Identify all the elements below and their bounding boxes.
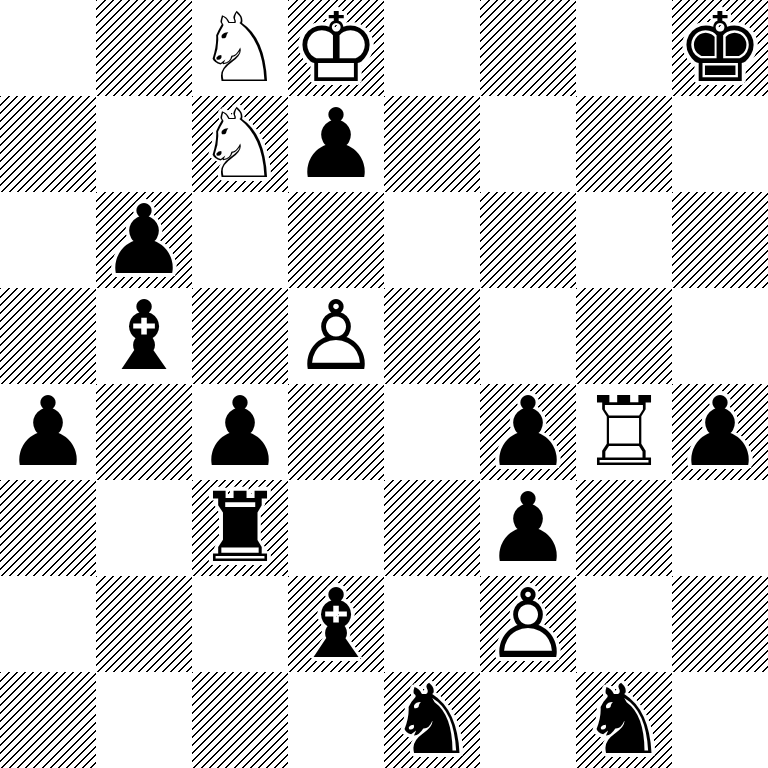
square-e7[interactable] (384, 96, 480, 192)
square-b3[interactable] (96, 480, 192, 576)
square-a6[interactable] (0, 192, 96, 288)
square-e4[interactable] (384, 384, 480, 480)
white-pawn[interactable]: ♟♙ (288, 288, 384, 384)
white-knight-glyph: ♘ (192, 96, 288, 192)
square-a4[interactable]: ♟♟ (0, 384, 96, 480)
square-a3[interactable] (0, 480, 96, 576)
black-bishop[interactable]: ♝♝ (288, 576, 384, 672)
square-f4[interactable]: ♟♟ (480, 384, 576, 480)
square-c8[interactable]: ♞♘ (192, 0, 288, 96)
black-pawn[interactable]: ♟♟ (672, 384, 768, 480)
square-b7[interactable] (96, 96, 192, 192)
chess-board: ♞♘♚♔♚♚♞♘♟♟♟♟♝♝♟♙♟♟♟♟♟♟♜♖♟♟♜♜♟♟♝♝♟♙♞♞♞♞ (0, 0, 768, 768)
square-c7[interactable]: ♞♘ (192, 96, 288, 192)
square-h4[interactable]: ♟♟ (672, 384, 768, 480)
square-c1[interactable] (192, 672, 288, 768)
square-b2[interactable] (96, 576, 192, 672)
square-g1[interactable]: ♞♞ (576, 672, 672, 768)
square-h1[interactable] (672, 672, 768, 768)
square-a5[interactable] (0, 288, 96, 384)
black-pawn-glyph: ♟ (288, 96, 384, 192)
white-rook-glyph: ♖ (576, 384, 672, 480)
black-pawn-glyph: ♟ (480, 480, 576, 576)
square-a7[interactable] (0, 96, 96, 192)
black-bishop-glyph: ♝ (288, 576, 384, 672)
black-knight-glyph: ♞ (384, 672, 480, 768)
black-pawn[interactable]: ♟♟ (96, 192, 192, 288)
black-king[interactable]: ♚♚ (672, 0, 768, 96)
square-e1[interactable]: ♞♞ (384, 672, 480, 768)
black-pawn[interactable]: ♟♟ (192, 384, 288, 480)
black-knight-glyph: ♞ (576, 672, 672, 768)
square-d7[interactable]: ♟♟ (288, 96, 384, 192)
square-g7[interactable] (576, 96, 672, 192)
square-d5[interactable]: ♟♙ (288, 288, 384, 384)
black-pawn[interactable]: ♟♟ (288, 96, 384, 192)
black-pawn[interactable]: ♟♟ (480, 480, 576, 576)
black-bishop-glyph: ♝ (96, 288, 192, 384)
square-a2[interactable] (0, 576, 96, 672)
square-b1[interactable] (96, 672, 192, 768)
square-h8[interactable]: ♚♚ (672, 0, 768, 96)
square-d6[interactable] (288, 192, 384, 288)
square-e5[interactable] (384, 288, 480, 384)
square-e3[interactable] (384, 480, 480, 576)
black-pawn-glyph: ♟ (96, 192, 192, 288)
square-d8[interactable]: ♚♔ (288, 0, 384, 96)
black-rook-glyph: ♜ (192, 480, 288, 576)
square-g3[interactable] (576, 480, 672, 576)
white-pawn-glyph: ♙ (288, 288, 384, 384)
square-a1[interactable] (0, 672, 96, 768)
white-king-glyph: ♔ (288, 0, 384, 96)
square-a8[interactable] (0, 0, 96, 96)
square-h5[interactable] (672, 288, 768, 384)
square-b8[interactable] (96, 0, 192, 96)
black-pawn-glyph: ♟ (480, 384, 576, 480)
square-g5[interactable] (576, 288, 672, 384)
square-c4[interactable]: ♟♟ (192, 384, 288, 480)
white-rook[interactable]: ♜♖ (576, 384, 672, 480)
square-f7[interactable] (480, 96, 576, 192)
square-c5[interactable] (192, 288, 288, 384)
square-b6[interactable]: ♟♟ (96, 192, 192, 288)
black-bishop[interactable]: ♝♝ (96, 288, 192, 384)
white-knight-glyph: ♘ (192, 0, 288, 96)
square-c2[interactable] (192, 576, 288, 672)
black-knight[interactable]: ♞♞ (384, 672, 480, 768)
square-d3[interactable] (288, 480, 384, 576)
square-e6[interactable] (384, 192, 480, 288)
square-f2[interactable]: ♟♙ (480, 576, 576, 672)
square-e2[interactable] (384, 576, 480, 672)
white-knight[interactable]: ♞♘ (192, 0, 288, 96)
square-h2[interactable] (672, 576, 768, 672)
square-d2[interactable]: ♝♝ (288, 576, 384, 672)
square-b5[interactable]: ♝♝ (96, 288, 192, 384)
white-pawn-glyph: ♙ (480, 576, 576, 672)
square-g4[interactable]: ♜♖ (576, 384, 672, 480)
black-king-glyph: ♚ (672, 0, 768, 96)
square-e8[interactable] (384, 0, 480, 96)
black-pawn-glyph: ♟ (192, 384, 288, 480)
square-c6[interactable] (192, 192, 288, 288)
black-rook[interactable]: ♜♜ (192, 480, 288, 576)
square-c3[interactable]: ♜♜ (192, 480, 288, 576)
square-f1[interactable] (480, 672, 576, 768)
square-g6[interactable] (576, 192, 672, 288)
square-f8[interactable] (480, 0, 576, 96)
square-f6[interactable] (480, 192, 576, 288)
black-knight[interactable]: ♞♞ (576, 672, 672, 768)
square-h7[interactable] (672, 96, 768, 192)
white-king[interactable]: ♚♔ (288, 0, 384, 96)
square-d1[interactable] (288, 672, 384, 768)
square-g8[interactable] (576, 0, 672, 96)
square-h6[interactable] (672, 192, 768, 288)
square-b4[interactable] (96, 384, 192, 480)
square-f5[interactable] (480, 288, 576, 384)
square-f3[interactable]: ♟♟ (480, 480, 576, 576)
black-pawn[interactable]: ♟♟ (480, 384, 576, 480)
white-knight[interactable]: ♞♘ (192, 96, 288, 192)
white-pawn[interactable]: ♟♙ (480, 576, 576, 672)
square-d4[interactable] (288, 384, 384, 480)
square-g2[interactable] (576, 576, 672, 672)
square-h3[interactable] (672, 480, 768, 576)
black-pawn-glyph: ♟ (672, 384, 768, 480)
black-pawn[interactable]: ♟♟ (0, 384, 96, 480)
black-pawn-glyph: ♟ (0, 384, 96, 480)
chess-diagram: ♞♘♚♔♚♚♞♘♟♟♟♟♝♝♟♙♟♟♟♟♟♟♜♖♟♟♜♜♟♟♝♝♟♙♞♞♞♞ (0, 0, 768, 768)
